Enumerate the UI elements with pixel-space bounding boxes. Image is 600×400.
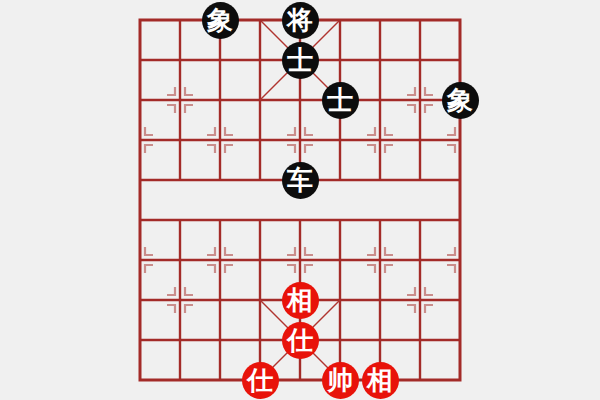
piece-red-elephant[interactable]: 相 [362,362,399,399]
piece-red-general[interactable]: 帅 [322,362,359,399]
piece-black-elephant[interactable]: 象 [202,2,239,39]
piece-layer: 象将士士象车相仕仕帅相 [120,0,480,400]
piece-black-chariot[interactable]: 车 [282,162,319,199]
xiangqi-diagram: 象将士士象车相仕仕帅相 [0,0,600,400]
piece-red-advisor[interactable]: 仕 [282,322,319,359]
piece-red-advisor[interactable]: 仕 [242,362,279,399]
xiangqi-board[interactable]: 象将士士象车相仕仕帅相 [0,0,600,400]
piece-black-general[interactable]: 将 [282,2,319,39]
piece-black-advisor[interactable]: 士 [282,42,319,79]
piece-black-advisor[interactable]: 士 [322,82,359,119]
piece-black-elephant[interactable]: 象 [442,82,479,119]
piece-red-elephant[interactable]: 相 [282,282,319,319]
